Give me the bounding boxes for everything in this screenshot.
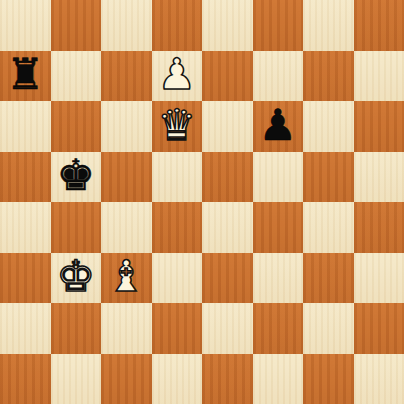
square-d6[interactable]: ♛ [152, 101, 203, 152]
square-a2[interactable] [0, 303, 51, 354]
square-f6[interactable]: ♟ [253, 101, 304, 152]
square-c5[interactable] [101, 152, 152, 203]
square-c7[interactable] [101, 51, 152, 102]
square-g8[interactable] [303, 0, 354, 51]
square-c3[interactable]: ♝ [101, 253, 152, 304]
square-c2[interactable] [101, 303, 152, 354]
square-g6[interactable] [303, 101, 354, 152]
square-e6[interactable] [202, 101, 253, 152]
square-d2[interactable] [152, 303, 203, 354]
white-bishop: ♝ [107, 255, 146, 298]
square-f4[interactable] [253, 202, 304, 253]
square-c8[interactable] [101, 0, 152, 51]
square-d4[interactable] [152, 202, 203, 253]
square-c6[interactable] [101, 101, 152, 152]
square-f5[interactable] [253, 152, 304, 203]
square-a1[interactable] [0, 354, 51, 404]
square-b7[interactable] [51, 51, 102, 102]
square-e2[interactable] [202, 303, 253, 354]
square-e5[interactable] [202, 152, 253, 203]
square-c1[interactable] [101, 354, 152, 404]
square-b2[interactable] [51, 303, 102, 354]
square-h8[interactable] [354, 0, 404, 51]
square-g4[interactable] [303, 202, 354, 253]
square-h7[interactable] [354, 51, 404, 102]
square-f1[interactable] [253, 354, 304, 404]
square-g7[interactable] [303, 51, 354, 102]
square-d7[interactable]: ♟ [152, 51, 203, 102]
square-f8[interactable] [253, 0, 304, 51]
square-e1[interactable] [202, 354, 253, 404]
square-d1[interactable] [152, 354, 203, 404]
square-b1[interactable] [51, 354, 102, 404]
square-c4[interactable] [101, 202, 152, 253]
square-f3[interactable] [253, 253, 304, 304]
square-g1[interactable] [303, 354, 354, 404]
white-queen: ♛ [157, 104, 196, 147]
square-h6[interactable] [354, 101, 404, 152]
black-pawn: ♟ [258, 104, 297, 147]
square-a5[interactable] [0, 152, 51, 203]
square-b4[interactable] [51, 202, 102, 253]
square-a8[interactable] [0, 0, 51, 51]
square-e7[interactable] [202, 51, 253, 102]
square-d5[interactable] [152, 152, 203, 203]
square-a3[interactable] [0, 253, 51, 304]
square-h4[interactable] [354, 202, 404, 253]
square-h1[interactable] [354, 354, 404, 404]
square-b6[interactable] [51, 101, 102, 152]
square-b5[interactable]: ♚ [51, 152, 102, 203]
square-e8[interactable] [202, 0, 253, 51]
square-g2[interactable] [303, 303, 354, 354]
black-king: ♚ [56, 154, 95, 197]
square-h2[interactable] [354, 303, 404, 354]
square-d8[interactable] [152, 0, 203, 51]
square-h5[interactable] [354, 152, 404, 203]
square-b8[interactable] [51, 0, 102, 51]
square-g5[interactable] [303, 152, 354, 203]
square-e4[interactable] [202, 202, 253, 253]
black-rook: ♜ [6, 53, 45, 96]
square-b3[interactable]: ♚ [51, 253, 102, 304]
square-a4[interactable] [0, 202, 51, 253]
square-g3[interactable] [303, 253, 354, 304]
square-a7[interactable]: ♜ [0, 51, 51, 102]
white-pawn: ♟ [157, 53, 196, 96]
square-e3[interactable] [202, 253, 253, 304]
square-a6[interactable] [0, 101, 51, 152]
square-f7[interactable] [253, 51, 304, 102]
square-f2[interactable] [253, 303, 304, 354]
square-d3[interactable] [152, 253, 203, 304]
square-h3[interactable] [354, 253, 404, 304]
chess-board: ♜♟♛♟♚♚♝ [0, 0, 404, 404]
white-king: ♚ [56, 255, 95, 298]
